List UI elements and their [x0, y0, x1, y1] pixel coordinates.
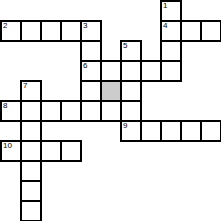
void-cell	[101, 121, 121, 141]
answer-cell[interactable]	[141, 121, 161, 141]
void-cell	[101, 181, 121, 201]
void-cell	[1, 121, 21, 141]
clue-number: 5	[123, 42, 127, 50]
void-cell	[41, 1, 61, 21]
clue-number: 9	[123, 122, 127, 130]
void-cell	[81, 1, 101, 21]
void-cell	[161, 141, 181, 161]
void-cell	[41, 81, 61, 101]
void-cell	[41, 61, 61, 81]
answer-cell[interactable]	[61, 21, 81, 41]
answer-cell[interactable]	[201, 21, 221, 41]
void-cell	[161, 161, 181, 181]
void-cell	[121, 161, 141, 181]
answer-cell[interactable]	[101, 101, 121, 121]
answer-cell[interactable]	[81, 41, 101, 61]
answer-cell[interactable]	[121, 61, 141, 81]
clue-number: 4	[163, 22, 167, 30]
void-cell	[41, 201, 61, 221]
answer-cell[interactable]	[121, 101, 141, 121]
void-cell	[201, 141, 221, 161]
void-cell	[201, 181, 221, 201]
clue-number: 7	[23, 82, 27, 90]
void-cell	[181, 81, 201, 101]
answer-cell[interactable]: 10	[1, 141, 21, 161]
answer-cell[interactable]	[181, 21, 201, 41]
void-cell	[1, 161, 21, 181]
answer-cell[interactable]	[101, 61, 121, 81]
void-cell	[41, 121, 61, 141]
void-cell	[201, 161, 221, 181]
void-cell	[161, 81, 181, 101]
answer-cell[interactable]	[41, 141, 61, 161]
void-cell	[121, 201, 141, 221]
answer-cell[interactable]: 8	[1, 101, 21, 121]
void-cell	[81, 141, 101, 161]
answer-cell[interactable]	[181, 121, 201, 141]
void-cell	[61, 41, 81, 61]
void-cell	[181, 181, 201, 201]
answer-cell[interactable]: 9	[121, 121, 141, 141]
clue-number: 3	[83, 22, 87, 30]
answer-cell[interactable]	[21, 161, 41, 181]
void-cell	[121, 141, 141, 161]
void-cell	[141, 21, 161, 41]
answer-cell[interactable]	[21, 101, 41, 121]
void-cell	[61, 1, 81, 21]
void-cell	[181, 101, 201, 121]
answer-cell[interactable]	[21, 21, 41, 41]
void-cell	[41, 181, 61, 201]
void-cell	[101, 1, 121, 21]
answer-cell[interactable]	[21, 181, 41, 201]
void-cell	[141, 161, 161, 181]
void-cell	[21, 41, 41, 61]
void-cell	[1, 61, 21, 81]
answer-cell[interactable]	[41, 21, 61, 41]
void-cell	[141, 101, 161, 121]
answer-cell[interactable]	[161, 121, 181, 141]
void-cell	[61, 81, 81, 101]
answer-cell[interactable]: 7	[21, 81, 41, 101]
answer-cell[interactable]	[81, 101, 101, 121]
void-cell	[181, 61, 201, 81]
void-cell	[201, 101, 221, 121]
void-cell	[201, 201, 221, 221]
void-cell	[81, 181, 101, 201]
void-cell	[1, 1, 21, 21]
void-cell	[41, 161, 61, 181]
void-cell	[61, 121, 81, 141]
void-cell	[141, 1, 161, 21]
answer-cell[interactable]	[141, 61, 161, 81]
void-cell	[141, 81, 161, 101]
answer-cell[interactable]	[41, 101, 61, 121]
answer-cell[interactable]	[161, 41, 181, 61]
void-cell	[121, 181, 141, 201]
void-cell	[181, 141, 201, 161]
void-cell	[81, 121, 101, 141]
void-cell	[101, 161, 121, 181]
void-cell	[181, 41, 201, 61]
void-cell	[1, 41, 21, 61]
void-cell	[101, 21, 121, 41]
answer-cell[interactable]: 6	[81, 61, 101, 81]
void-cell	[141, 181, 161, 201]
void-cell	[121, 1, 141, 21]
void-cell	[101, 201, 121, 221]
answer-cell[interactable]	[81, 81, 101, 101]
void-cell	[1, 201, 21, 221]
answer-cell[interactable]	[61, 141, 81, 161]
void-cell	[161, 101, 181, 121]
void-cell	[61, 201, 81, 221]
void-cell	[161, 181, 181, 201]
void-cell	[21, 61, 41, 81]
answer-cell[interactable]: 4	[161, 21, 181, 41]
void-cell	[181, 1, 201, 21]
answer-cell[interactable]	[21, 201, 41, 221]
crossword-board: 12345678910	[0, 0, 221, 221]
void-cell	[141, 41, 161, 61]
answer-cell[interactable]: 1	[161, 1, 181, 21]
void-cell	[61, 181, 81, 201]
void-cell	[201, 1, 221, 21]
void-cell	[181, 161, 201, 181]
void-cell	[101, 141, 121, 161]
answer-cell[interactable]: 5	[121, 41, 141, 61]
void-cell	[81, 161, 101, 181]
void-cell	[161, 201, 181, 221]
answer-cell[interactable]	[21, 121, 41, 141]
answer-cell[interactable]: 3	[81, 21, 101, 41]
answer-cell[interactable]	[21, 141, 41, 161]
void-cell	[141, 201, 161, 221]
answer-cell[interactable]	[201, 121, 221, 141]
void-cell	[101, 41, 121, 61]
clue-number: 8	[3, 102, 7, 110]
void-cell	[61, 61, 81, 81]
void-cell	[201, 81, 221, 101]
answer-cell[interactable]: 2	[1, 21, 21, 41]
shaded-cell	[101, 81, 121, 101]
answer-cell[interactable]	[61, 101, 81, 121]
void-cell	[81, 201, 101, 221]
void-cell	[121, 21, 141, 41]
void-cell	[141, 141, 161, 161]
clue-number: 10	[3, 142, 12, 150]
void-cell	[201, 41, 221, 61]
void-cell	[61, 161, 81, 181]
clue-number: 1	[163, 2, 167, 10]
void-cell	[1, 181, 21, 201]
void-cell	[41, 41, 61, 61]
void-cell	[1, 81, 21, 101]
clue-number: 6	[83, 62, 87, 70]
void-cell	[21, 1, 41, 21]
answer-cell[interactable]	[121, 81, 141, 101]
void-cell	[201, 61, 221, 81]
answer-cell[interactable]	[161, 61, 181, 81]
clue-number: 2	[3, 22, 7, 30]
void-cell	[181, 201, 201, 221]
